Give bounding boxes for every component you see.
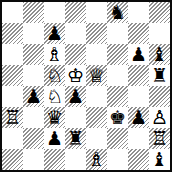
- white-king-d5[interactable]: ♔: [67, 65, 84, 86]
- white-pawn-h3[interactable]: ♙: [151, 107, 168, 128]
- black-bishop-h6[interactable]: ♝: [151, 44, 168, 65]
- black-pawn-c2[interactable]: ♟: [46, 128, 63, 149]
- square-h2[interactable]: ♖: [149, 128, 170, 149]
- square-b5[interactable]: [23, 65, 44, 86]
- square-d2[interactable]: ♜: [65, 128, 86, 149]
- square-b3[interactable]: [23, 107, 44, 128]
- square-f4[interactable]: [107, 86, 128, 107]
- square-c2[interactable]: ♟: [44, 128, 65, 149]
- square-h6[interactable]: ♝: [149, 44, 170, 65]
- square-e3[interactable]: [86, 107, 107, 128]
- square-g1[interactable]: [128, 149, 149, 170]
- square-g2[interactable]: [128, 128, 149, 149]
- square-h8[interactable]: [149, 2, 170, 23]
- square-d8[interactable]: [65, 2, 86, 23]
- white-knight-c4[interactable]: ♘: [46, 86, 63, 107]
- square-f3[interactable]: ♚: [107, 107, 128, 128]
- square-c4[interactable]: ♘: [44, 86, 65, 107]
- black-knight-f8[interactable]: ♞: [109, 2, 126, 23]
- black-rook-d2[interactable]: ♜: [67, 128, 84, 149]
- square-e1[interactable]: ♗: [86, 149, 107, 170]
- black-king-f3[interactable]: ♚: [109, 107, 126, 128]
- white-bishop-e1[interactable]: ♗: [88, 149, 105, 170]
- black-pawn-c7[interactable]: ♟: [46, 23, 63, 44]
- square-e4[interactable]: [86, 86, 107, 107]
- square-a2[interactable]: [2, 128, 23, 149]
- square-c6[interactable]: ♗: [44, 44, 65, 65]
- black-pawn-b4[interactable]: ♟: [25, 86, 42, 107]
- black-queen-c3[interactable]: ♛: [46, 107, 63, 128]
- white-knight-c5[interactable]: ♘: [46, 65, 63, 86]
- square-h5[interactable]: ♜: [149, 65, 170, 86]
- white-rook-h2[interactable]: ♖: [151, 128, 168, 149]
- square-f7[interactable]: [107, 23, 128, 44]
- square-a6[interactable]: [2, 44, 23, 65]
- square-g4[interactable]: [128, 86, 149, 107]
- square-f5[interactable]: [107, 65, 128, 86]
- square-e5[interactable]: ♕: [86, 65, 107, 86]
- square-f1[interactable]: [107, 149, 128, 170]
- square-c1[interactable]: [44, 149, 65, 170]
- square-c8[interactable]: [44, 2, 65, 23]
- square-h1[interactable]: ♝: [149, 149, 170, 170]
- black-pawn-d4[interactable]: ♟: [67, 86, 84, 107]
- square-d1[interactable]: [65, 149, 86, 170]
- square-g6[interactable]: ♟: [128, 44, 149, 65]
- white-queen-e5[interactable]: ♕: [88, 65, 105, 86]
- square-b1[interactable]: [23, 149, 44, 170]
- square-b7[interactable]: [23, 23, 44, 44]
- square-a3[interactable]: ♖: [2, 107, 23, 128]
- square-f6[interactable]: [107, 44, 128, 65]
- square-d5[interactable]: ♔: [65, 65, 86, 86]
- square-b6[interactable]: [23, 44, 44, 65]
- square-b4[interactable]: ♟: [23, 86, 44, 107]
- square-c3[interactable]: ♛: [44, 107, 65, 128]
- chess-board: ♞♟♗♟♝♘♔♕♜♟♘♟♖♛♚♟♙♟♜♖♗♝: [2, 2, 170, 170]
- square-c7[interactable]: ♟: [44, 23, 65, 44]
- chess-board-frame: ♞♟♗♟♝♘♔♕♜♟♘♟♖♛♚♟♙♟♜♖♗♝: [0, 0, 172, 172]
- square-a4[interactable]: [2, 86, 23, 107]
- square-d7[interactable]: [65, 23, 86, 44]
- square-h4[interactable]: [149, 86, 170, 107]
- square-c5[interactable]: ♘: [44, 65, 65, 86]
- square-e8[interactable]: [86, 2, 107, 23]
- black-rook-h5[interactable]: ♜: [151, 65, 168, 86]
- square-d6[interactable]: [65, 44, 86, 65]
- square-a7[interactable]: [2, 23, 23, 44]
- square-b2[interactable]: [23, 128, 44, 149]
- square-a8[interactable]: [2, 2, 23, 23]
- white-rook-a3[interactable]: ♖: [4, 107, 21, 128]
- white-bishop-c6[interactable]: ♗: [46, 44, 63, 65]
- square-a1[interactable]: [2, 149, 23, 170]
- black-pawn-g3[interactable]: ♟: [130, 107, 147, 128]
- square-e7[interactable]: [86, 23, 107, 44]
- square-a5[interactable]: [2, 65, 23, 86]
- square-d4[interactable]: ♟: [65, 86, 86, 107]
- square-e6[interactable]: [86, 44, 107, 65]
- square-e2[interactable]: [86, 128, 107, 149]
- square-g7[interactable]: [128, 23, 149, 44]
- square-f2[interactable]: [107, 128, 128, 149]
- square-d3[interactable]: [65, 107, 86, 128]
- black-pawn-g6[interactable]: ♟: [130, 44, 147, 65]
- square-g8[interactable]: [128, 2, 149, 23]
- square-b8[interactable]: [23, 2, 44, 23]
- square-f8[interactable]: ♞: [107, 2, 128, 23]
- square-h7[interactable]: [149, 23, 170, 44]
- square-g5[interactable]: [128, 65, 149, 86]
- square-g3[interactable]: ♟: [128, 107, 149, 128]
- square-h3[interactable]: ♙: [149, 107, 170, 128]
- black-bishop-h1[interactable]: ♝: [151, 149, 168, 170]
